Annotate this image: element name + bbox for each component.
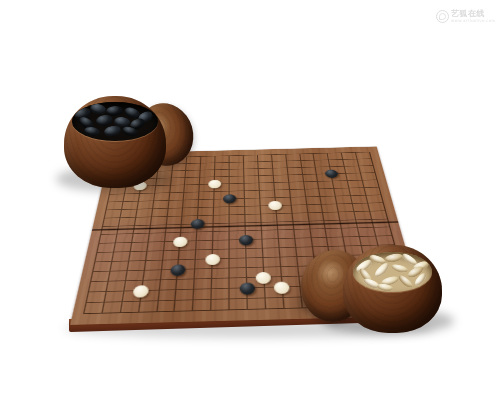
white-stone [205, 254, 220, 265]
black-stone [223, 194, 236, 203]
white-stone [208, 179, 221, 188]
product-photo: 艺狐在线 www.artfoxlive.com [0, 0, 500, 416]
watermark-text: 艺狐在线 [451, 10, 496, 18]
watermark-logo-icon [436, 10, 449, 23]
white-bowl-opening [353, 252, 432, 292]
black-stone [238, 235, 252, 246]
black-bowl-stone [84, 126, 101, 137]
black-bowl-stone [103, 125, 122, 138]
white-bowl-stone [390, 263, 408, 274]
black-bowl-opening [72, 102, 158, 141]
black-stone-bowl [64, 96, 166, 188]
black-stone [239, 282, 255, 294]
watermark-subtext: www.artfoxlive.com [451, 19, 496, 23]
white-stone [172, 236, 187, 247]
black-stone [190, 219, 204, 229]
white-stone-bowl [343, 245, 442, 333]
watermark: 艺狐在线 www.artfoxlive.com [436, 10, 496, 23]
